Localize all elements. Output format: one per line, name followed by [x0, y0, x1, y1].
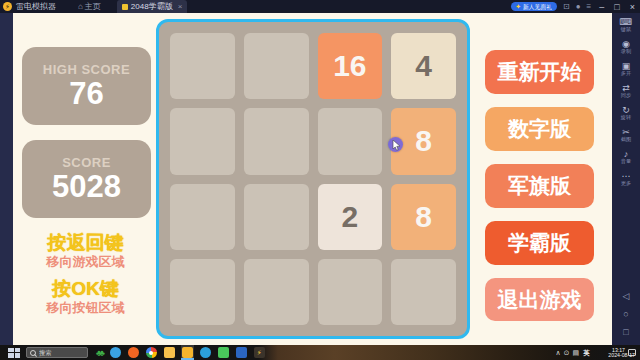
highscore-panel: HIGH SCORE 76	[22, 47, 151, 125]
minimize-button[interactable]: –	[597, 2, 606, 12]
board-grid: 164828	[170, 33, 456, 325]
emulator-titlebar: ⚡ 雷电模拟器 ⌂主页 2048学霸版 × ✦ 新人见面礼 ⊡ ● ≡ – □ …	[0, 0, 640, 13]
instruction-back-key: 按返回键	[15, 232, 156, 254]
ime-indicator[interactable]: 英	[583, 348, 588, 357]
home-icon: ⌂	[78, 2, 83, 11]
sidebar-tool-录制[interactable]: ◉录制	[617, 39, 635, 61]
control-instructions: 按返回键 移向游戏区域 按OK键 移向按钮区域	[15, 232, 156, 315]
android-recents-button[interactable]: □	[623, 328, 628, 337]
menu-icon[interactable]: ≡	[587, 0, 592, 13]
highscore-label: HIGH SCORE	[43, 62, 130, 77]
tab-title: 2048学霸版	[131, 1, 173, 12]
instruction-ok-desc: 移向按钮区域	[15, 300, 156, 315]
score-label: SCORE	[62, 155, 111, 170]
android-back-button[interactable]: ◁	[623, 292, 630, 301]
sidebar-tool-截图[interactable]: ✂截图	[617, 127, 635, 149]
tray-app-icon[interactable]: ▤	[572, 345, 579, 360]
sidebar-tool-音量[interactable]: ♪音量	[617, 149, 635, 171]
empty-cell-r4c4	[391, 259, 456, 325]
start-button[interactable]	[8, 348, 20, 358]
sidebar-tool-旋转[interactable]: ↻旋转	[617, 105, 635, 127]
tab-close-icon[interactable]: ×	[178, 2, 183, 11]
maximize-button[interactable]: □	[612, 2, 621, 12]
ldplayer-icon[interactable]	[181, 345, 194, 360]
game-board[interactable]: 164828	[156, 19, 470, 339]
score-value: 5028	[52, 170, 121, 204]
clock-date: 2024-08-17	[608, 353, 625, 358]
search-input[interactable]: 搜索	[26, 347, 88, 358]
windows-taskbar: 搜索 ♣♣ ⚡ ∧ ⊙ ▤ 英 13:17 2024-08-17	[0, 345, 640, 360]
taskbar-apps: ⚡	[109, 345, 266, 360]
telegram-icon[interactable]	[199, 345, 212, 360]
thunder-icon[interactable]: ⚡	[253, 345, 266, 360]
tile-4-r1c4: 4	[391, 33, 456, 99]
empty-cell-r2c1	[170, 108, 235, 174]
hidden-icons-chevron[interactable]: ∧	[555, 345, 560, 360]
empty-cell-r2c3	[318, 108, 383, 174]
number-version-button[interactable]: 数字版	[485, 107, 594, 151]
empty-cell-r3c1	[170, 184, 235, 250]
instruction-back-desc: 移向游戏区域	[15, 254, 156, 269]
empty-cell-r2c2	[244, 108, 309, 174]
promo-button[interactable]: ✦ 新人见面礼	[511, 2, 557, 11]
close-button[interactable]: ×	[628, 2, 637, 12]
app-name: 雷电模拟器	[16, 1, 56, 12]
firefox-icon[interactable]	[127, 345, 140, 360]
microphone-icon[interactable]: ⊙	[564, 345, 570, 360]
gift-icon: ✦	[515, 3, 521, 11]
system-tray: ∧ ⊙ ▤ 英 13:17 2024-08-17	[555, 345, 640, 360]
search-placeholder: 搜索	[39, 348, 51, 357]
sidebar-tool-更多[interactable]: ⋯更多	[617, 171, 635, 193]
wechat-icon[interactable]	[217, 345, 230, 360]
taskbar-clock[interactable]: 13:17 2024-08-17	[608, 347, 625, 357]
edge-browser-icon[interactable]	[109, 345, 122, 360]
ldplayer-logo-icon: ⚡	[3, 2, 12, 11]
mouse-cursor	[388, 137, 403, 152]
highscore-value: 76	[69, 77, 103, 111]
empty-cell-r4c2	[244, 259, 309, 325]
sidebar-tool-多开[interactable]: ▣多开	[617, 61, 635, 83]
emulator-window: ⚡ 雷电模拟器 ⌂主页 2048学霸版 × ✦ 新人见面礼 ⊡ ● ≡ – □ …	[0, 0, 640, 360]
pointer-arrow-icon	[392, 140, 401, 151]
notice-icon[interactable]: ●	[576, 0, 581, 13]
tab-2048-app[interactable]: 2048学霸版 ×	[117, 0, 187, 13]
android-home-button[interactable]: ○	[623, 310, 628, 319]
empty-cell-r1c2	[244, 33, 309, 99]
exit-game-button[interactable]: 退出游戏	[485, 278, 594, 321]
file-explorer-icon[interactable]	[163, 345, 176, 360]
emulator-left-strip	[0, 13, 13, 345]
sidebar-items: ⌨键鼠◉录制▣多开⇄同步↻旋转✂截图♪音量⋯更多	[617, 17, 635, 193]
home-tab[interactable]: ⌂主页	[78, 1, 101, 12]
mini-window-icon[interactable]: ⊡	[563, 0, 570, 13]
sidebar-tool-同步[interactable]: ⇄同步	[617, 83, 635, 105]
instruction-ok-key: 按OK键	[15, 278, 156, 300]
military-flag-version-button[interactable]: 军旗版	[485, 164, 594, 208]
promo-label: 新人见面礼	[523, 2, 540, 10]
empty-cell-r4c3	[318, 259, 383, 325]
picpick-icon[interactable]	[235, 345, 248, 360]
search-icon	[30, 350, 36, 356]
empty-cell-r4c1	[170, 259, 235, 325]
tile-16-r1c3: 16	[318, 33, 383, 99]
android-nav: ◁○□	[623, 292, 630, 345]
tile-2-r3c3: 2	[318, 184, 383, 250]
tab-app-icon	[122, 4, 128, 10]
scholar-version-button[interactable]: 学霸版	[485, 221, 594, 265]
sidebar-tool-键鼠[interactable]: ⌨键鼠	[617, 17, 635, 39]
emulator-sidebar: ⌨键鼠◉录制▣多开⇄同步↻旋转✂截图♪音量⋯更多 ◁○□	[612, 13, 640, 345]
score-panel: SCORE 5028	[22, 140, 151, 218]
weather-widget-icon[interactable]: ♣♣	[96, 348, 102, 358]
chrome-icon[interactable]	[145, 345, 158, 360]
tile-8-r3c4: 8	[391, 184, 456, 250]
empty-cell-r1c1	[170, 33, 235, 99]
restart-button[interactable]: 重新开始	[485, 50, 594, 94]
empty-cell-r3c2	[244, 184, 309, 250]
